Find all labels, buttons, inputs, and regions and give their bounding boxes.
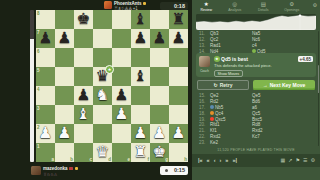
square-c3[interactable]: ♝ [74,105,93,124]
fast-forward-button[interactable]: » [225,157,228,163]
blunder-move-icon [210,117,214,121]
square-g6[interactable] [150,48,169,67]
square-b1[interactable]: b [55,143,74,162]
square-g7[interactable]: ♟ [150,29,169,48]
move-number: 13. [196,43,210,48]
file-label: b [70,157,73,162]
black-piece-c4: ♟ [74,86,93,105]
coach-avatar [199,56,210,67]
square-f4[interactable] [131,86,150,105]
square-e6[interactable] [112,48,131,67]
square-e4[interactable]: ♟ [112,86,131,105]
square-a3[interactable]: 3 [36,105,55,124]
scrollbar[interactable] [318,31,320,146]
square-b2[interactable]: ♟ [55,124,74,143]
details-icon: ▤ [261,2,266,8]
tab-details[interactable]: ▤Details [249,0,278,13]
file-label: e [127,157,130,162]
retry-label: Retry [220,82,233,88]
move-number: 16. [196,99,210,104]
move-san[interactable]: Qc4 [210,111,252,116]
move-san[interactable]: Rd2 [210,99,252,104]
stats-icon[interactable]: ▦ [281,157,286,163]
file-label: a [51,157,54,162]
move-san[interactable]: Qe2 [210,93,252,98]
scrollbar-thumb[interactable] [318,65,320,93]
rank-label: 8 [37,11,40,16]
square-a8[interactable]: 8 [36,10,55,29]
move-san[interactable]: Nb5 [210,105,252,110]
move-number: 11. [196,31,210,36]
gear-icon[interactable]: ⚙ [313,2,317,8]
square-e7[interactable] [112,29,131,48]
square-g1[interactable]: g♚ [150,143,169,162]
square-a5[interactable]: 5 [36,67,55,86]
file-label: g [165,157,168,162]
move-san[interactable]: c4 [252,43,294,48]
captured-pieces-top: ♖♗♘♙♙+1 [114,6,138,11]
square-e1[interactable]: e [112,143,131,162]
black-piece-h7: ♟ [169,29,188,48]
eval-badge: +4.65 [298,56,313,62]
openings-icon: ⚙ [289,2,294,8]
move-san[interactable]: Qb3 [210,31,252,36]
black-piece-c8: ♚ [74,10,93,29]
move-navigation-bar: |««‹›»»| ▦↗⚑☰⚙ [192,154,320,167]
square-f3[interactable] [131,105,150,124]
rank-label: 6 [37,49,40,54]
move-number: 21. [196,128,210,133]
tab-review[interactable]: ★Review [192,0,221,13]
move-row: 23.Ke2 [196,139,314,145]
move-san[interactable]: a6 [252,105,294,110]
square-c6[interactable] [74,48,93,67]
move-san[interactable]: Rxd2 [210,134,252,139]
forward-button[interactable]: › [220,157,222,163]
flair-icon [143,2,146,5]
square-c2[interactable] [74,124,93,143]
rank-label: 3 [37,106,40,111]
black-piece-f8: ♝ [131,10,150,29]
square-b5[interactable] [55,67,74,86]
black-piece-g7: ♟ [150,29,169,48]
retry-button[interactable]: ↻ Retry [197,80,249,90]
clock-white: 0:15 [160,166,188,175]
move-san[interactable]: Na5 [252,31,294,36]
square-f5[interactable]: ♝ [131,67,150,86]
square-a4[interactable]: 4 [36,86,55,105]
best-move-badge: ★ [105,65,114,74]
square-h8[interactable]: ♜ [169,10,188,29]
rank-label: 1 [37,144,40,149]
square-d2[interactable] [93,124,112,143]
next-key-move-label: Next Key Move [270,82,306,88]
move-san[interactable]: Bd6 [252,99,294,104]
move-number: 12. [196,37,210,42]
square-h6[interactable] [169,48,188,67]
black-piece-b7: ♟ [55,29,74,48]
square-d7[interactable] [93,29,112,48]
square-e5[interactable] [112,67,131,86]
tab-label: Analysis [228,8,241,12]
player-name-bottom-text: mazedonka [43,166,68,171]
square-h1[interactable]: h [169,143,188,162]
move-san[interactable]: Nc6 [252,37,294,42]
move-san[interactable]: Rfd1 [210,122,252,127]
tab-label: Review [201,8,212,12]
black-piece-f5: ♝ [131,67,150,86]
white-piece-d4: ♞ [93,86,112,105]
analysis-icon: ◎ [232,2,237,8]
square-a1[interactable]: 1a [36,143,55,162]
square-f1[interactable]: f♜ [131,143,150,162]
file-label: d [108,157,111,162]
move-san[interactable]: Kc7 [252,134,294,139]
square-d8[interactable] [93,10,112,29]
square-g4[interactable] [150,86,169,105]
white-piece-b2: ♟ [55,124,74,143]
square-h5[interactable] [169,67,188,86]
black-piece-e4: ♟ [112,86,131,105]
square-d4[interactable]: ♞ [93,86,112,105]
next-key-move-button[interactable]: → Next Key Move [253,80,315,90]
next-arrow-icon: → [263,82,268,88]
square-b3[interactable] [55,105,74,124]
coach-name: Coach [199,69,210,73]
report-icon[interactable]: ⚑ [296,157,300,163]
square-b8[interactable] [55,10,74,29]
square-b6[interactable] [55,48,74,67]
captured-glyphs-top: ♖♗♘♙♙ [114,6,132,11]
rank-label: 4 [37,87,40,92]
people-played-note: 11,520 PEOPLE HAVE PLAYED THIS MOVE [196,148,316,152]
move-number: 20. [196,122,210,127]
move-number: 19. [196,117,210,122]
square-g8[interactable] [150,10,169,29]
menu-icon[interactable]: ☰ [303,157,307,163]
square-f6[interactable] [131,48,150,67]
clock-black-time: 0:18 [174,3,185,9]
coach-comment: This defends the attacked piece. [214,64,309,69]
square-d5[interactable]: ♛★ [93,67,112,86]
coach-headline-text: Qd5 is best [221,56,248,62]
white-piece-h2: ♟ [169,124,188,143]
share-icon[interactable]: ↗ [288,157,292,163]
square-f2[interactable]: ♟ [131,124,150,143]
file-label: f [148,157,150,162]
avatar[interactable] [104,1,112,9]
player-name-bottom[interactable]: mazedonka [43,166,78,171]
square-f8[interactable]: ♝ [131,10,150,29]
file-label: c [89,157,92,162]
mistake-move-icon [210,111,214,115]
black-piece-f7: ♟ [131,29,150,48]
square-h4[interactable] [169,86,188,105]
clock-black: 0:18 [160,2,188,11]
move-san[interactable]: Kf1 [210,128,252,133]
coach-headline: ★ Qd5 is best [214,56,248,62]
square-h3[interactable] [169,105,188,124]
square-c4[interactable]: ♟ [74,86,93,105]
tab-analysis[interactable]: ◎Analysis [221,0,250,13]
tab-label: Details [258,8,269,12]
evaluation-bar-white [30,39,34,162]
flair-icon [75,167,78,170]
square-c8[interactable]: ♚ [74,10,93,29]
move-san[interactable]: Qc2 [210,37,252,42]
square-g3[interactable] [150,105,169,124]
move-san[interactable]: Qc5 [252,111,294,116]
go-to-start-button[interactable]: |« [198,157,203,163]
square-a7[interactable]: 7♟ [36,29,55,48]
square-g5[interactable] [150,67,169,86]
show-moves-button[interactable]: Show Moves [214,70,243,77]
white-piece-c3: ♝ [74,105,93,124]
move-list-above: 11.Qb3Na512.Qc2Nc613.Rad1c414.Nd4Qd5 [196,31,314,54]
show-moves-label: Show Moves [218,72,240,76]
square-e8[interactable] [112,10,131,29]
move-san[interactable]: Ke2 [210,140,252,145]
coach-card: Coach ★ Qd5 is best +4.65 This defends t… [196,53,316,77]
great-move-icon [210,105,214,109]
square-g2[interactable]: ♟ [150,124,169,143]
evaluation-bar [30,10,34,162]
evaluation-bar-black [30,10,34,39]
square-e2[interactable] [112,124,131,143]
avatar[interactable] [31,166,41,176]
white-piece-g2: ♟ [150,124,169,143]
captured-pieces-bottom: ♜♞♞♟ [43,172,57,177]
square-d3[interactable] [93,105,112,124]
move-number: 22. [196,134,210,139]
go-to-end-button[interactable]: »| [232,157,237,163]
white-piece-e3: ♟ [112,105,131,124]
move-number: 17. [196,105,210,110]
move-number: 15. [196,93,210,98]
move-san[interactable]: Rad1 [210,43,252,48]
square-a2[interactable]: 2♟ [36,124,55,143]
tab-label: Openings [284,8,299,12]
clock-white-time: 0:15 [174,167,185,173]
board[interactable]: 8♚♝♜7♟♟♟♟♟65♛★♝4♟♞♟3♝♟2♟♟♟♟♟1abcd♛ef♜g♚h [36,10,188,162]
square-h7[interactable]: ♟ [169,29,188,48]
rank-label: 7 [37,30,40,35]
square-c5[interactable] [74,67,93,86]
square-f7[interactable]: ♟ [131,29,150,48]
tab-openings[interactable]: ⚙Openings [278,0,307,13]
black-piece-h8: ♜ [169,10,188,29]
evaluation-graph[interactable] [196,14,316,30]
tool-icons: ▦↗⚑☰⚙ [281,157,315,163]
analysis-panel: ★Review◎Analysis▤Details⚙Openings ⚙ 11.Q… [192,0,320,180]
move-san[interactable]: Rd8 [252,122,294,127]
move-san[interactable]: Qxc5 [210,117,252,122]
rank-label: 2 [37,125,40,130]
rank-label: 5 [37,68,40,73]
move-list-below: 15.Qe2Qe516.Rd2Bd617.Nb5a618.Qc4Qc519.Qx… [196,93,314,145]
best-move-star-icon: ★ [214,56,220,62]
captured-glyphs-bottom: ♜♞♞♟ [43,172,57,177]
square-e3[interactable]: ♟ [112,105,131,124]
white-piece-f2: ♟ [131,124,150,143]
settings-icon[interactable]: ⚙ [311,157,315,163]
file-label: h [184,157,187,162]
square-b4[interactable] [55,86,74,105]
flag-icon [69,167,73,170]
square-c1[interactable]: c [74,143,93,162]
retry-icon: ↻ [214,82,218,88]
square-c7[interactable] [74,29,93,48]
move-number: 23. [196,140,210,145]
square-h2[interactable]: ♟ [169,124,188,143]
move-san[interactable]: Qe5 [252,93,294,98]
back-button[interactable]: ‹ [214,157,216,163]
panel-tabs: ★Review◎Analysis▤Details⚙Openings [192,0,306,13]
square-a6[interactable]: 6 [36,48,55,67]
review-icon: ★ [204,2,209,8]
timer-icon [165,169,168,172]
move-san[interactable]: Rxd2 [252,128,294,133]
move-san[interactable]: Bxc5 [252,117,294,122]
square-b7[interactable]: ♟ [55,29,74,48]
square-d1[interactable]: d♛ [93,143,112,162]
nav-arrows: |««‹›»»| [198,157,237,163]
move-number: 18. [196,111,210,116]
fast-back-button[interactable]: « [207,157,210,163]
material-advantage: +1 [133,6,138,11]
